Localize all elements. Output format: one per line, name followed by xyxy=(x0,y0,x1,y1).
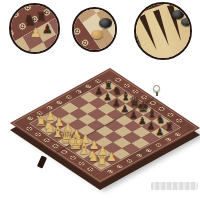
black-checker-disc xyxy=(99,18,112,28)
inset-chess-closeup: ♞♜♟♟ xyxy=(9,3,60,54)
inset-checkers-closeup xyxy=(72,7,117,52)
black-rook: ♜ xyxy=(35,10,47,23)
product-photo: ♞♜♟♟ ♜♞♝♛♚♝♞♜♟♟♟♟♟♟♟♟♟♟♟♟♟♟♟♟♜♞♝♛♚♝♞♜ xyxy=(0,0,200,200)
black-checker-disc xyxy=(181,18,192,26)
black-pawn: ♟ xyxy=(42,23,53,35)
watermark xyxy=(151,182,198,190)
white-pawn: ♟ xyxy=(30,26,42,39)
clasp-ring-icon xyxy=(153,85,160,92)
inset-backgammon-closeup xyxy=(134,2,192,60)
hinge xyxy=(37,155,47,168)
inset-backgammon-board xyxy=(134,2,192,60)
